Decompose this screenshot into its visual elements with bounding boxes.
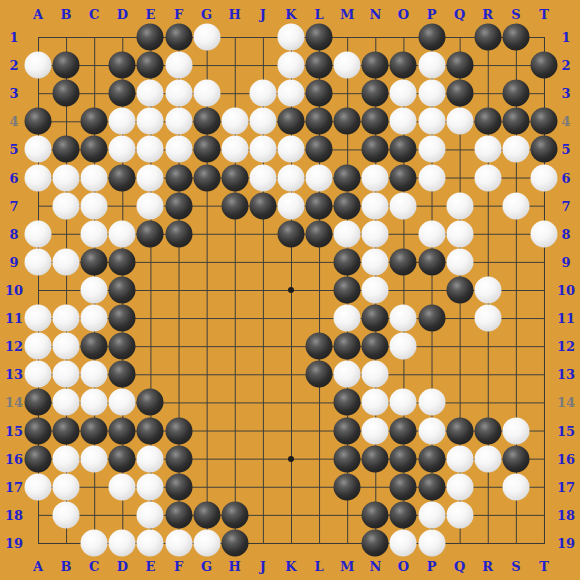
black-stone-D13[interactable] [109,361,136,388]
black-stone-D12[interactable] [109,333,136,360]
white-stone-P4[interactable] [418,108,445,135]
black-stone-N11[interactable] [362,305,389,332]
black-stone-E8[interactable] [137,220,164,247]
black-stone-C5[interactable] [81,136,108,163]
col-label-bottom: E [145,560,155,573]
black-stone-K4[interactable] [278,108,305,135]
black-stone-N3[interactable] [362,80,389,107]
white-stone-B9[interactable] [53,248,80,275]
black-stone-H6[interactable] [221,164,248,191]
white-stone-S5[interactable] [502,136,529,163]
white-stone-G1[interactable] [193,24,220,51]
black-stone-P11[interactable] [418,305,445,332]
white-stone-T8[interactable] [531,220,558,247]
row-label-left: 19 [5,537,23,550]
black-stone-L3[interactable] [306,80,333,107]
black-stone-B15[interactable] [53,417,80,444]
black-stone-O15[interactable] [390,417,417,444]
row-label-left: 4 [9,115,18,128]
black-stone-R1[interactable] [474,24,501,51]
col-label-bottom: Q [454,560,465,573]
white-stone-Q4[interactable] [446,108,473,135]
white-stone-O4[interactable] [390,108,417,135]
black-stone-O2[interactable] [390,52,417,79]
white-stone-D17[interactable] [109,473,136,500]
black-stone-L2[interactable] [306,52,333,79]
black-stone-B5[interactable] [53,136,80,163]
white-stone-E19[interactable] [137,530,164,557]
go-board[interactable]: AABBCCDDEEFFGGHHJJKKLLMMNNOOPPQQRRSSTT11… [0,0,580,580]
white-stone-O19[interactable] [390,530,417,557]
col-label-bottom: L [315,560,324,573]
white-stone-N14[interactable] [362,389,389,416]
black-stone-S4[interactable] [502,108,529,135]
col-label-top: Q [454,8,465,21]
black-stone-H18[interactable] [221,501,248,528]
white-stone-C13[interactable] [81,361,108,388]
black-stone-O5[interactable] [390,136,417,163]
black-stone-P1[interactable] [418,24,445,51]
white-stone-P2[interactable] [418,52,445,79]
white-stone-N9[interactable] [362,248,389,275]
black-stone-F17[interactable] [165,473,192,500]
black-stone-B3[interactable] [53,80,80,107]
white-stone-B11[interactable] [53,305,80,332]
white-stone-R10[interactable] [474,277,501,304]
white-stone-A8[interactable] [25,220,52,247]
black-stone-D6[interactable] [109,164,136,191]
black-stone-Q3[interactable] [446,80,473,107]
row-label-right: 2 [561,59,570,72]
white-stone-B12[interactable] [53,333,80,360]
black-stone-D10[interactable] [109,277,136,304]
row-label-right: 19 [557,537,575,550]
row-label-left: 15 [5,424,23,437]
white-stone-P15[interactable] [418,417,445,444]
col-label-top: B [61,8,72,21]
col-label-top: F [174,8,183,21]
black-stone-N5[interactable] [362,136,389,163]
black-stone-L4[interactable] [306,108,333,135]
white-stone-Q8[interactable] [446,220,473,247]
col-label-bottom: H [229,560,241,573]
row-label-right: 4 [561,115,570,128]
black-stone-E1[interactable] [137,24,164,51]
black-stone-N16[interactable] [362,445,389,472]
white-stone-A2[interactable] [25,52,52,79]
black-stone-A4[interactable] [25,108,52,135]
col-label-top: H [229,8,241,21]
white-stone-M2[interactable] [334,52,361,79]
white-stone-A5[interactable] [25,136,52,163]
black-stone-L12[interactable] [306,333,333,360]
white-stone-A9[interactable] [25,248,52,275]
white-stone-C8[interactable] [81,220,108,247]
white-stone-H4[interactable] [221,108,248,135]
white-stone-S17[interactable] [502,473,529,500]
col-label-bottom: S [511,560,520,573]
black-stone-G6[interactable] [193,164,220,191]
col-label-bottom: K [285,560,296,573]
black-stone-D15[interactable] [109,417,136,444]
row-label-right: 8 [561,227,570,240]
col-label-bottom: D [117,560,128,573]
row-label-left: 6 [9,171,18,184]
row-label-left: 11 [5,312,23,325]
col-label-top: L [315,8,324,21]
white-stone-C6[interactable] [81,164,108,191]
white-stone-O14[interactable] [390,389,417,416]
white-stone-Q9[interactable] [446,248,473,275]
black-stone-F15[interactable] [165,417,192,444]
col-label-top: M [340,8,354,21]
black-stone-Q2[interactable] [446,52,473,79]
row-label-right: 1 [561,31,570,44]
black-stone-M17[interactable] [334,473,361,500]
white-stone-C19[interactable] [81,530,108,557]
white-stone-E7[interactable] [137,192,164,219]
white-stone-P14[interactable] [418,389,445,416]
row-label-left: 12 [5,340,23,353]
black-stone-M10[interactable] [334,277,361,304]
black-stone-P17[interactable] [418,473,445,500]
row-label-left: 8 [9,227,18,240]
black-stone-N18[interactable] [362,501,389,528]
col-label-bottom: M [340,560,354,573]
black-stone-F8[interactable] [165,220,192,247]
white-stone-N8[interactable] [362,220,389,247]
row-label-left: 10 [5,284,23,297]
white-stone-B17[interactable] [53,473,80,500]
white-stone-N10[interactable] [362,277,389,304]
black-stone-O9[interactable] [390,248,417,275]
white-stone-A11[interactable] [25,305,52,332]
white-stone-K7[interactable] [278,192,305,219]
white-stone-O12[interactable] [390,333,417,360]
white-stone-K5[interactable] [278,136,305,163]
row-label-right: 9 [561,255,570,268]
white-stone-D14[interactable] [109,389,136,416]
col-label-bottom: A [33,560,43,573]
black-stone-O16[interactable] [390,445,417,472]
white-stone-E5[interactable] [137,136,164,163]
col-label-top: G [201,8,212,21]
white-stone-E16[interactable] [137,445,164,472]
col-label-bottom: J [260,560,266,573]
black-stone-T5[interactable] [531,136,558,163]
row-label-left: 18 [5,508,23,521]
white-stone-D19[interactable] [109,530,136,557]
black-stone-N12[interactable] [362,333,389,360]
col-label-top: T [539,8,549,21]
row-label-right: 10 [557,284,575,297]
col-label-bottom: F [174,560,183,573]
col-label-top: D [117,8,128,21]
black-stone-L5[interactable] [306,136,333,163]
black-stone-M6[interactable] [334,164,361,191]
black-stone-M14[interactable] [334,389,361,416]
white-stone-K2[interactable] [278,52,305,79]
white-stone-B14[interactable] [53,389,80,416]
black-stone-J7[interactable] [249,192,276,219]
white-stone-A12[interactable] [25,333,52,360]
black-stone-C4[interactable] [81,108,108,135]
col-label-top: A [33,8,43,21]
white-stone-C7[interactable] [81,192,108,219]
black-stone-D9[interactable] [109,248,136,275]
white-stone-O11[interactable] [390,305,417,332]
black-stone-F16[interactable] [165,445,192,472]
black-stone-F7[interactable] [165,192,192,219]
col-label-top: N [369,8,381,21]
col-label-top: O [398,8,409,21]
row-label-left: 14 [5,396,23,409]
hoshi-point-K10 [288,287,294,293]
row-label-right: 6 [561,171,570,184]
black-stone-D3[interactable] [109,80,136,107]
black-stone-A16[interactable] [25,445,52,472]
white-stone-P6[interactable] [418,164,445,191]
white-stone-R16[interactable] [474,445,501,472]
white-stone-A13[interactable] [25,361,52,388]
row-label-left: 17 [5,480,23,493]
white-stone-E17[interactable] [137,473,164,500]
black-stone-G5[interactable] [193,136,220,163]
black-stone-L7[interactable] [306,192,333,219]
white-stone-C16[interactable] [81,445,108,472]
white-stone-E18[interactable] [137,501,164,528]
white-stone-H5[interactable] [221,136,248,163]
row-label-left: 7 [9,199,18,212]
white-stone-P19[interactable] [418,530,445,557]
col-label-top: K [285,8,296,21]
white-stone-R6[interactable] [474,164,501,191]
black-stone-T4[interactable] [531,108,558,135]
black-stone-G4[interactable] [193,108,220,135]
white-stone-B13[interactable] [53,361,80,388]
black-stone-E14[interactable] [137,389,164,416]
black-stone-M9[interactable] [334,248,361,275]
black-stone-L8[interactable] [306,220,333,247]
black-stone-R15[interactable] [474,417,501,444]
white-stone-M13[interactable] [334,361,361,388]
black-stone-A14[interactable] [25,389,52,416]
black-stone-T2[interactable] [531,52,558,79]
black-stone-F1[interactable] [165,24,192,51]
white-stone-J4[interactable] [249,108,276,135]
black-stone-L13[interactable] [306,361,333,388]
white-stone-E6[interactable] [137,164,164,191]
white-stone-N13[interactable] [362,361,389,388]
col-label-top: S [511,8,520,21]
white-stone-A17[interactable] [25,473,52,500]
row-label-left: 16 [5,452,23,465]
white-stone-J5[interactable] [249,136,276,163]
white-stone-O7[interactable] [390,192,417,219]
col-label-top: E [145,8,155,21]
white-stone-J3[interactable] [249,80,276,107]
white-stone-F2[interactable] [165,52,192,79]
white-stone-M11[interactable] [334,305,361,332]
black-stone-N19[interactable] [362,530,389,557]
white-stone-L6[interactable] [306,164,333,191]
black-stone-N2[interactable] [362,52,389,79]
row-label-right: 7 [561,199,570,212]
black-stone-C15[interactable] [81,417,108,444]
black-stone-Q15[interactable] [446,417,473,444]
row-label-left: 3 [9,87,18,100]
black-stone-R4[interactable] [474,108,501,135]
col-label-bottom: P [427,560,437,573]
row-label-left: 9 [9,255,18,268]
row-label-right: 16 [557,452,575,465]
black-stone-K8[interactable] [278,220,305,247]
row-label-left: 13 [5,368,23,381]
col-label-top: P [427,8,437,21]
row-label-right: 13 [557,368,575,381]
black-stone-D16[interactable] [109,445,136,472]
white-stone-R11[interactable] [474,305,501,332]
white-stone-F4[interactable] [165,108,192,135]
black-stone-E15[interactable] [137,417,164,444]
black-stone-O6[interactable] [390,164,417,191]
black-stone-N4[interactable] [362,108,389,135]
black-stone-O17[interactable] [390,473,417,500]
col-label-bottom: T [539,560,549,573]
col-label-bottom: G [201,560,212,573]
col-label-bottom: O [398,560,409,573]
white-stone-T6[interactable] [531,164,558,191]
row-label-right: 17 [557,480,575,493]
white-stone-D5[interactable] [109,136,136,163]
white-stone-E3[interactable] [137,80,164,107]
white-stone-B6[interactable] [53,164,80,191]
white-stone-N7[interactable] [362,192,389,219]
row-label-left: 5 [9,143,18,156]
row-label-left: 1 [9,31,18,44]
white-stone-K3[interactable] [278,80,305,107]
row-label-right: 11 [557,312,575,325]
white-stone-Q16[interactable] [446,445,473,472]
white-stone-D4[interactable] [109,108,136,135]
white-stone-Q17[interactable] [446,473,473,500]
col-label-bottom: B [61,560,72,573]
white-stone-E4[interactable] [137,108,164,135]
col-label-bottom: C [89,560,99,573]
black-stone-S16[interactable] [502,445,529,472]
white-stone-C14[interactable] [81,389,108,416]
white-stone-K6[interactable] [278,164,305,191]
black-stone-L1[interactable] [306,24,333,51]
black-stone-O18[interactable] [390,501,417,528]
white-stone-O3[interactable] [390,80,417,107]
white-stone-G3[interactable] [193,80,220,107]
white-stone-K1[interactable] [278,24,305,51]
row-label-left: 2 [9,59,18,72]
row-label-right: 14 [557,396,575,409]
black-stone-C12[interactable] [81,333,108,360]
black-stone-E2[interactable] [137,52,164,79]
black-stone-S1[interactable] [502,24,529,51]
white-stone-S15[interactable] [502,417,529,444]
black-stone-C9[interactable] [81,248,108,275]
white-stone-C11[interactable] [81,305,108,332]
black-stone-M15[interactable] [334,417,361,444]
white-stone-N6[interactable] [362,164,389,191]
white-stone-B16[interactable] [53,445,80,472]
white-stone-G19[interactable] [193,530,220,557]
white-stone-F19[interactable] [165,530,192,557]
black-stone-H19[interactable] [221,530,248,557]
white-stone-C10[interactable] [81,277,108,304]
black-stone-D11[interactable] [109,305,136,332]
white-stone-J6[interactable] [249,164,276,191]
white-stone-D8[interactable] [109,220,136,247]
white-stone-P5[interactable] [418,136,445,163]
col-label-bottom: R [482,560,493,573]
black-stone-M7[interactable] [334,192,361,219]
black-stone-B2[interactable] [53,52,80,79]
black-stone-F18[interactable] [165,501,192,528]
row-label-right: 12 [557,340,575,353]
row-label-right: 3 [561,87,570,100]
white-stone-B18[interactable] [53,501,80,528]
black-stone-D2[interactable] [109,52,136,79]
white-stone-B7[interactable] [53,192,80,219]
black-stone-M16[interactable] [334,445,361,472]
hoshi-point-K16 [288,456,294,462]
black-stone-M4[interactable] [334,108,361,135]
black-stone-P9[interactable] [418,248,445,275]
white-stone-P8[interactable] [418,220,445,247]
black-stone-Q10[interactable] [446,277,473,304]
col-label-top: C [89,8,99,21]
row-label-right: 15 [557,424,575,437]
white-stone-S7[interactable] [502,192,529,219]
black-stone-F6[interactable] [165,164,192,191]
row-label-right: 18 [557,508,575,521]
black-stone-M12[interactable] [334,333,361,360]
white-stone-A6[interactable] [25,164,52,191]
white-stone-P18[interactable] [418,501,445,528]
white-stone-N15[interactable] [362,417,389,444]
black-stone-P16[interactable] [418,445,445,472]
white-stone-F5[interactable] [165,136,192,163]
row-label-right: 5 [561,143,570,156]
white-stone-P3[interactable] [418,80,445,107]
black-stone-H7[interactable] [221,192,248,219]
white-stone-F3[interactable] [165,80,192,107]
white-stone-Q18[interactable] [446,501,473,528]
white-stone-Q7[interactable] [446,192,473,219]
col-label-top: R [482,8,493,21]
col-label-bottom: N [369,560,381,573]
black-stone-A15[interactable] [25,417,52,444]
white-stone-R5[interactable] [474,136,501,163]
white-stone-M8[interactable] [334,220,361,247]
col-label-top: J [260,8,266,21]
black-stone-S3[interactable] [502,80,529,107]
black-stone-G18[interactable] [193,501,220,528]
